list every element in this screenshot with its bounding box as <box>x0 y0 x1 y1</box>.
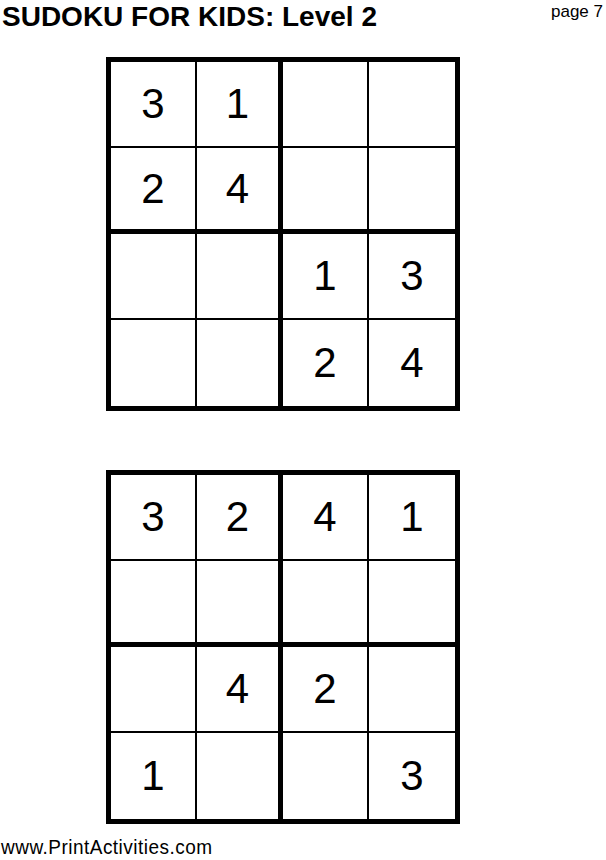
p1-cell-r2c1: 2 <box>111 148 197 234</box>
p2-cell-r4c4: 3 <box>369 733 455 819</box>
p2-cell-r2c2[interactable] <box>197 561 283 647</box>
p2-cell-r4c1: 1 <box>111 733 197 819</box>
sudoku-grid-top: 3 1 2 4 1 3 2 4 <box>106 57 460 411</box>
p2-cell-r3c1[interactable] <box>111 647 197 733</box>
p1-cell-r1c4[interactable] <box>369 62 455 148</box>
p2-cell-r1c1: 3 <box>111 475 197 561</box>
p1-cell-r3c3: 1 <box>283 234 369 320</box>
p2-cell-r1c2: 2 <box>197 475 283 561</box>
page: { "header": { "title": "SUDOKU FOR KIDS:… <box>0 0 606 860</box>
p1-cell-r4c2[interactable] <box>197 320 283 406</box>
p1-cell-r3c1[interactable] <box>111 234 197 320</box>
p2-cell-r1c4: 1 <box>369 475 455 561</box>
page-title: SUDOKU FOR KIDS: Level 2 <box>2 1 377 33</box>
p1-cell-r2c3[interactable] <box>283 148 369 234</box>
p1-cell-r1c1: 3 <box>111 62 197 148</box>
p1-cell-r2c2: 4 <box>197 148 283 234</box>
p2-cell-r3c4[interactable] <box>369 647 455 733</box>
p2-cell-r3c2: 4 <box>197 647 283 733</box>
p1-cell-r1c2: 1 <box>197 62 283 148</box>
p1-cell-r3c4: 3 <box>369 234 455 320</box>
p2-cell-r2c4[interactable] <box>369 561 455 647</box>
p1-cell-r4c4: 4 <box>369 320 455 406</box>
sudoku-grid-bottom: 3 2 4 1 4 2 1 3 <box>106 470 460 824</box>
website-url: www.PrintActivities.com <box>1 836 213 859</box>
p1-cell-r2c4[interactable] <box>369 148 455 234</box>
p1-cell-r4c3: 2 <box>283 320 369 406</box>
page-number-label: page 7 <box>551 2 603 22</box>
p1-cell-r4c1[interactable] <box>111 320 197 406</box>
p1-cell-r3c2[interactable] <box>197 234 283 320</box>
p2-cell-r4c2[interactable] <box>197 733 283 819</box>
p2-cell-r1c3: 4 <box>283 475 369 561</box>
p2-cell-r3c3: 2 <box>283 647 369 733</box>
p1-cell-r1c3[interactable] <box>283 62 369 148</box>
p2-cell-r4c3[interactable] <box>283 733 369 819</box>
p2-cell-r2c3[interactable] <box>283 561 369 647</box>
p2-cell-r2c1[interactable] <box>111 561 197 647</box>
